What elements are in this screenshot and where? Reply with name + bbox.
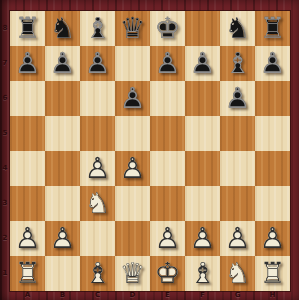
square-a1[interactable]: ♜♖: [10, 256, 45, 291]
piece-black-pawn-f7[interactable]: ♟♙: [185, 46, 220, 81]
white-pawn-outline-glyph: ♙: [115, 151, 150, 186]
square-a6[interactable]: [10, 81, 45, 116]
piece-white-pawn-f2[interactable]: ♟♙: [185, 221, 220, 256]
square-g4[interactable]: [220, 151, 255, 186]
piece-white-bishop-f1[interactable]: ♝♗: [185, 256, 220, 291]
rank-label-3: 3: [0, 186, 10, 221]
piece-black-pawn-h7[interactable]: ♟♙: [255, 46, 290, 81]
square-d6[interactable]: ♟♙: [115, 81, 150, 116]
piece-white-knight-c3[interactable]: ♞♘: [80, 186, 115, 221]
white-bishop-outline-glyph: ♗: [185, 256, 220, 291]
square-e5[interactable]: [150, 116, 185, 151]
square-f4[interactable]: [185, 151, 220, 186]
file-label-b: B: [45, 290, 80, 300]
piece-black-rook-a8[interactable]: ♜♖: [10, 11, 45, 46]
rank-label-6: 6: [0, 81, 10, 116]
piece-black-pawn-e7[interactable]: ♟♙: [150, 46, 185, 81]
piece-white-pawn-e2[interactable]: ♟♙: [150, 221, 185, 256]
piece-black-king-e8[interactable]: ♚♔: [150, 11, 185, 46]
square-b2[interactable]: ♟♙: [45, 221, 80, 256]
square-h1[interactable]: ♜♖: [255, 256, 290, 291]
piece-black-bishop-c8[interactable]: ♝♗: [80, 11, 115, 46]
white-knight-outline-glyph: ♘: [80, 186, 115, 221]
rank-label-8: 8: [0, 11, 10, 46]
square-h3[interactable]: [255, 186, 290, 221]
piece-white-pawn-b2[interactable]: ♟♙: [45, 221, 80, 256]
square-b4[interactable]: [45, 151, 80, 186]
piece-white-knight-g1[interactable]: ♞♘: [220, 256, 255, 291]
square-g6[interactable]: ♟♙: [220, 81, 255, 116]
piece-white-pawn-g2[interactable]: ♟♙: [220, 221, 255, 256]
white-bishop-outline-glyph: ♗: [80, 256, 115, 291]
square-e3[interactable]: [150, 186, 185, 221]
square-h2[interactable]: ♟♙: [255, 221, 290, 256]
square-g5[interactable]: [220, 116, 255, 151]
square-e1[interactable]: ♚♔: [150, 256, 185, 291]
rank-label-5: 5: [0, 116, 10, 151]
black-bishop-outline-glyph: ♗: [80, 11, 115, 46]
black-rook-outline-glyph: ♖: [10, 11, 45, 46]
piece-black-pawn-d6[interactable]: ♟♙: [115, 81, 150, 116]
black-knight-outline-glyph: ♘: [220, 11, 255, 46]
black-king-outline-glyph: ♔: [150, 11, 185, 46]
square-d4[interactable]: ♟♙: [115, 151, 150, 186]
square-d5[interactable]: [115, 116, 150, 151]
square-c4[interactable]: ♟♙: [80, 151, 115, 186]
square-h5[interactable]: [255, 116, 290, 151]
black-knight-outline-glyph: ♘: [45, 11, 80, 46]
piece-white-pawn-d4[interactable]: ♟♙: [115, 151, 150, 186]
square-f6[interactable]: [185, 81, 220, 116]
square-a8[interactable]: ♜♖: [10, 11, 45, 46]
square-c8[interactable]: ♝♗: [80, 11, 115, 46]
file-label-c: C: [80, 290, 115, 300]
black-pawn-outline-glyph: ♙: [80, 46, 115, 81]
black-queen-outline-glyph: ♕: [115, 11, 150, 46]
piece-white-pawn-c4[interactable]: ♟♙: [80, 151, 115, 186]
square-h6[interactable]: [255, 81, 290, 116]
square-a3[interactable]: [10, 186, 45, 221]
square-c6[interactable]: [80, 81, 115, 116]
square-d8[interactable]: ♛♕: [115, 11, 150, 46]
white-pawn-outline-glyph: ♙: [45, 221, 80, 256]
white-queen-outline-glyph: ♕: [115, 256, 150, 291]
file-label-f: F: [185, 290, 220, 300]
white-knight-outline-glyph: ♘: [220, 256, 255, 291]
rank-label-7: 7: [0, 46, 10, 81]
square-g1[interactable]: ♞♘: [220, 256, 255, 291]
black-pawn-outline-glyph: ♙: [220, 81, 255, 116]
square-d1[interactable]: ♛♕: [115, 256, 150, 291]
file-label-d: D: [115, 290, 150, 300]
piece-white-rook-h1[interactable]: ♜♖: [255, 256, 290, 291]
piece-black-pawn-b7[interactable]: ♟♙: [45, 46, 80, 81]
square-e7[interactable]: ♟♙: [150, 46, 185, 81]
square-h8[interactable]: ♜♖: [255, 11, 290, 46]
square-c3[interactable]: ♞♘: [80, 186, 115, 221]
piece-black-queen-d8[interactable]: ♛♕: [115, 11, 150, 46]
black-pawn-outline-glyph: ♙: [115, 81, 150, 116]
square-g3[interactable]: [220, 186, 255, 221]
square-f7[interactable]: ♟♙: [185, 46, 220, 81]
piece-black-pawn-c7[interactable]: ♟♙: [80, 46, 115, 81]
black-bishop-outline-glyph: ♗: [220, 46, 255, 81]
rank-label-2: 2: [0, 221, 10, 256]
file-label-a: A: [10, 290, 45, 300]
file-label-h: H: [255, 290, 290, 300]
square-b6[interactable]: [45, 81, 80, 116]
piece-black-bishop-g7[interactable]: ♝♗: [220, 46, 255, 81]
piece-white-pawn-a2[interactable]: ♟♙: [10, 221, 45, 256]
piece-black-knight-b8[interactable]: ♞♘: [45, 11, 80, 46]
square-e6[interactable]: [150, 81, 185, 116]
square-g8[interactable]: ♞♘: [220, 11, 255, 46]
piece-black-pawn-a7[interactable]: ♟♙: [10, 46, 45, 81]
square-e2[interactable]: ♟♙: [150, 221, 185, 256]
white-rook-outline-glyph: ♖: [10, 256, 45, 291]
square-c2[interactable]: [80, 221, 115, 256]
black-pawn-outline-glyph: ♙: [10, 46, 45, 81]
square-d7[interactable]: [115, 46, 150, 81]
chess-board: ♜♖♞♘♝♗♛♕♚♔♞♘♜♖♟♙♟♙♟♙♟♙♟♙♝♗♟♙♟♙♟♙♟♙♟♙♞♘♟♙…: [10, 11, 290, 291]
square-g7[interactable]: ♝♗: [220, 46, 255, 81]
white-pawn-outline-glyph: ♙: [10, 221, 45, 256]
rank-label-4: 4: [0, 151, 10, 186]
black-rook-outline-glyph: ♖: [255, 11, 290, 46]
black-pawn-outline-glyph: ♙: [185, 46, 220, 81]
square-b1[interactable]: [45, 256, 80, 291]
square-f3[interactable]: [185, 186, 220, 221]
square-b3[interactable]: [45, 186, 80, 221]
white-rook-outline-glyph: ♖: [255, 256, 290, 291]
square-f5[interactable]: [185, 116, 220, 151]
square-f2[interactable]: ♟♙: [185, 221, 220, 256]
square-d3[interactable]: [115, 186, 150, 221]
square-c7[interactable]: ♟♙: [80, 46, 115, 81]
piece-white-bishop-c1[interactable]: ♝♗: [80, 256, 115, 291]
square-a2[interactable]: ♟♙: [10, 221, 45, 256]
square-b8[interactable]: ♞♘: [45, 11, 80, 46]
piece-white-rook-a1[interactable]: ♜♖: [10, 256, 45, 291]
square-d2[interactable]: [115, 221, 150, 256]
piece-black-pawn-g6[interactable]: ♟♙: [220, 81, 255, 116]
white-pawn-outline-glyph: ♙: [220, 221, 255, 256]
square-g2[interactable]: ♟♙: [220, 221, 255, 256]
square-h7[interactable]: ♟♙: [255, 46, 290, 81]
square-e8[interactable]: ♚♔: [150, 11, 185, 46]
square-b5[interactable]: [45, 116, 80, 151]
square-c5[interactable]: [80, 116, 115, 151]
piece-white-queen-d1[interactable]: ♛♕: [115, 256, 150, 291]
piece-white-king-e1[interactable]: ♚♔: [150, 256, 185, 291]
square-a4[interactable]: [10, 151, 45, 186]
square-e4[interactable]: [150, 151, 185, 186]
piece-black-knight-g8[interactable]: ♞♘: [220, 11, 255, 46]
square-f1[interactable]: ♝♗: [185, 256, 220, 291]
rank-label-1: 1: [0, 256, 10, 291]
piece-black-rook-h8[interactable]: ♜♖: [255, 11, 290, 46]
square-a5[interactable]: [10, 116, 45, 151]
black-pawn-outline-glyph: ♙: [45, 46, 80, 81]
chess-board-frame: ♜♖♞♘♝♗♛♕♚♔♞♘♜♖♟♙♟♙♟♙♟♙♟♙♝♗♟♙♟♙♟♙♟♙♟♙♞♘♟♙…: [0, 0, 299, 300]
file-label-e: E: [150, 290, 185, 300]
square-h4[interactable]: [255, 151, 290, 186]
piece-white-pawn-h2[interactable]: ♟♙: [255, 221, 290, 256]
white-pawn-outline-glyph: ♙: [255, 221, 290, 256]
black-pawn-outline-glyph: ♙: [255, 46, 290, 81]
file-label-g: G: [220, 290, 255, 300]
square-b7[interactable]: ♟♙: [45, 46, 80, 81]
white-pawn-outline-glyph: ♙: [80, 151, 115, 186]
square-c1[interactable]: ♝♗: [80, 256, 115, 291]
white-pawn-outline-glyph: ♙: [150, 221, 185, 256]
square-f8[interactable]: [185, 11, 220, 46]
white-king-outline-glyph: ♔: [150, 256, 185, 291]
square-a7[interactable]: ♟♙: [10, 46, 45, 81]
black-pawn-outline-glyph: ♙: [150, 46, 185, 81]
white-pawn-outline-glyph: ♙: [185, 221, 220, 256]
